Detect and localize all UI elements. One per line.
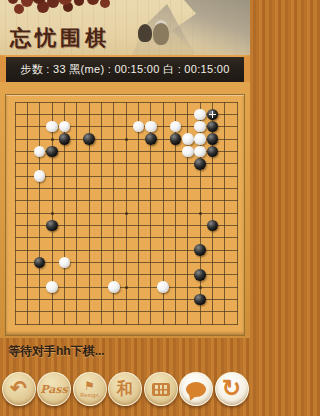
white-stone <box>59 121 71 133</box>
go-board[interactable] <box>5 94 245 336</box>
pass-label: Pass <box>40 383 68 396</box>
board-gridline-vertical <box>224 102 225 325</box>
app-title: 忘忧围棋 <box>10 24 110 52</box>
black-stone <box>207 133 219 145</box>
star-point <box>199 286 202 289</box>
star-point <box>51 138 54 141</box>
bottom-toolbar: ↶ Pass ⚑ Resign 和 ↻ <box>0 366 250 412</box>
board-gridline-vertical <box>101 102 102 325</box>
black-stone <box>83 133 95 145</box>
white-stone <box>133 121 145 133</box>
draw-button[interactable]: 和 <box>108 372 142 406</box>
board-gridline-horizontal <box>15 262 238 263</box>
chat-button[interactable] <box>179 372 213 406</box>
black-stone <box>170 133 182 145</box>
star-point <box>51 212 54 215</box>
white-stone <box>194 133 206 145</box>
star-point <box>125 286 128 289</box>
chat-bubble-icon <box>186 382 206 397</box>
game-status-bar: 步数 : 33 黑(me) : 00:15:00 白 : 00:15:00 <box>0 55 250 82</box>
white-stone <box>170 121 182 133</box>
black-stone <box>207 121 219 133</box>
board-gridline-vertical <box>76 102 77 325</box>
board-gridline-vertical <box>237 102 238 325</box>
white-stone <box>34 146 46 158</box>
board-gridline-horizontal <box>15 102 238 103</box>
white-stone <box>46 121 58 133</box>
resign-button[interactable]: ⚑ Resign <box>73 372 107 406</box>
white-stone <box>182 146 194 158</box>
board-gridline-horizontal <box>15 311 238 312</box>
board-gridline-vertical <box>15 102 16 325</box>
board-gridline-vertical <box>138 102 139 325</box>
exit-button[interactable]: ↻ <box>215 372 249 406</box>
black-stone <box>194 269 206 281</box>
seated-figure-2 <box>153 20 169 45</box>
black-stone <box>207 220 219 232</box>
star-point <box>125 212 128 215</box>
white-stone <box>59 257 71 269</box>
white-stone <box>182 133 194 145</box>
black-stone <box>34 257 46 269</box>
undo-arrow-icon: ↶ <box>10 378 27 398</box>
white-stone <box>194 109 206 121</box>
board-gridline-vertical <box>39 102 40 325</box>
count-button[interactable] <box>144 372 178 406</box>
flag-icon: ⚑ <box>84 380 95 392</box>
board-gridline-horizontal <box>15 324 238 325</box>
white-stone <box>46 281 58 293</box>
waiting-message: 等待对手hh下棋... <box>8 343 105 360</box>
move-and-clock-text: 步数 : 33 黑(me) : 00:15:00 白 : 00:15:00 <box>20 62 229 77</box>
board-gridline-horizontal <box>15 237 238 238</box>
black-stone <box>145 133 157 145</box>
black-stone <box>46 146 58 158</box>
pass-button[interactable]: Pass <box>37 372 71 406</box>
go-board-frame <box>0 82 250 338</box>
board-gridline-horizontal <box>15 188 238 189</box>
star-point <box>125 138 128 141</box>
black-stone <box>194 294 206 306</box>
board-gridline-vertical <box>27 102 28 325</box>
resign-label: Resign <box>80 393 98 399</box>
black-stone <box>207 146 219 158</box>
abacus-icon <box>152 383 170 396</box>
white-stone <box>145 121 157 133</box>
exit-arrow-icon: ↻ <box>222 377 241 400</box>
seated-figure-1 <box>138 24 152 42</box>
black-stone <box>194 158 206 170</box>
go-players-art <box>138 18 172 44</box>
white-stone <box>194 121 206 133</box>
white-stone <box>34 170 46 182</box>
white-stone <box>108 281 120 293</box>
undo-button[interactable]: ↶ <box>2 372 36 406</box>
draw-label: 和 <box>117 381 133 397</box>
white-stone <box>157 281 169 293</box>
title-banner: 忘忧围棋 <box>0 0 250 58</box>
black-stone <box>207 109 219 121</box>
black-stone <box>194 244 206 256</box>
black-stone <box>46 220 58 232</box>
board-gridline-horizontal <box>15 176 238 177</box>
board-gridline-horizontal <box>15 200 238 201</box>
white-stone <box>194 146 206 158</box>
black-stone <box>59 133 71 145</box>
star-point <box>199 212 202 215</box>
last-move-marker-icon <box>209 111 216 118</box>
